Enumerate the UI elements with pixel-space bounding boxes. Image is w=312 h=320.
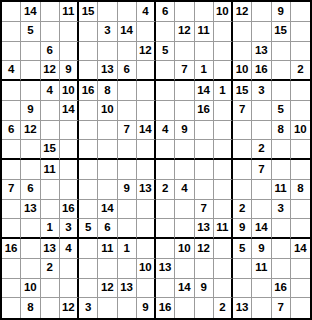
cell-r16c11-empty[interactable] bbox=[195, 298, 214, 318]
cell-r11c9-empty[interactable] bbox=[156, 200, 175, 220]
cell-r12c4-given[interactable]: 3 bbox=[60, 219, 79, 239]
cell-r4c7-given[interactable]: 6 bbox=[118, 61, 137, 81]
cell-r10c9-given[interactable]: 2 bbox=[156, 180, 175, 200]
cell-r13c11-given[interactable]: 12 bbox=[195, 239, 214, 259]
cell-r9c12-empty[interactable] bbox=[214, 160, 233, 180]
cell-r1c12-given[interactable]: 10 bbox=[214, 2, 233, 22]
cell-r9c7-empty[interactable] bbox=[118, 160, 137, 180]
cell-r15c10-given[interactable]: 14 bbox=[175, 279, 194, 299]
cell-r14c15-empty[interactable] bbox=[272, 259, 291, 279]
sudoku-16x16-board: 1411154610129531412111561251341291367110… bbox=[0, 0, 312, 320]
cell-r12c13-given[interactable]: 9 bbox=[233, 219, 252, 239]
cell-r12c2-empty[interactable] bbox=[21, 219, 40, 239]
cell-r11c8-empty[interactable] bbox=[137, 200, 156, 220]
cell-r12c16-empty[interactable] bbox=[291, 219, 310, 239]
cell-r7c11-empty[interactable] bbox=[195, 121, 214, 141]
cell-r7c4-empty[interactable] bbox=[60, 121, 79, 141]
cell-r5c8-empty[interactable] bbox=[137, 81, 156, 101]
cell-r10c1-given[interactable]: 7 bbox=[2, 180, 21, 200]
cell-r14c1-empty[interactable] bbox=[2, 259, 21, 279]
cell-r13c6-given[interactable]: 11 bbox=[98, 239, 117, 259]
cell-r15c3-empty[interactable] bbox=[41, 279, 60, 299]
cell-r3c13-empty[interactable] bbox=[233, 42, 252, 62]
cell-r2c1-empty[interactable] bbox=[2, 22, 21, 42]
cell-r2c14-empty[interactable] bbox=[252, 22, 271, 42]
cell-r14c7-empty[interactable] bbox=[118, 259, 137, 279]
cell-r8c1-empty[interactable] bbox=[2, 140, 21, 160]
cell-r4c1-given[interactable]: 4 bbox=[2, 61, 21, 81]
cell-r15c7-given[interactable]: 13 bbox=[118, 279, 137, 299]
cell-r1c2-given[interactable]: 14 bbox=[21, 2, 40, 22]
cell-r5c12-given[interactable]: 1 bbox=[214, 81, 233, 101]
cell-r7c14-empty[interactable] bbox=[252, 121, 271, 141]
cell-r5c5-given[interactable]: 16 bbox=[79, 81, 98, 101]
cell-r12c14-given[interactable]: 14 bbox=[252, 219, 271, 239]
cell-r10c15-given[interactable]: 11 bbox=[272, 180, 291, 200]
cell-r5c14-given[interactable]: 3 bbox=[252, 81, 271, 101]
cell-r2c16-empty[interactable] bbox=[291, 22, 310, 42]
cell-r10c3-empty[interactable] bbox=[41, 180, 60, 200]
cell-r1c11-empty[interactable] bbox=[195, 2, 214, 22]
cell-r1c3-empty[interactable] bbox=[41, 2, 60, 22]
cell-r7c13-empty[interactable] bbox=[233, 121, 252, 141]
cell-r11c15-given[interactable]: 3 bbox=[272, 200, 291, 220]
cell-r4c14-given[interactable]: 16 bbox=[252, 61, 271, 81]
cell-r4c11-given[interactable]: 1 bbox=[195, 61, 214, 81]
cell-r9c6-empty[interactable] bbox=[98, 160, 117, 180]
cell-r14c14-given[interactable]: 11 bbox=[252, 259, 271, 279]
cell-r12c12-given[interactable]: 11 bbox=[214, 219, 233, 239]
cell-r3c14-given[interactable]: 13 bbox=[252, 42, 271, 62]
cell-r12c6-given[interactable]: 6 bbox=[98, 219, 117, 239]
cell-r3c15-empty[interactable] bbox=[272, 42, 291, 62]
cell-r4c12-empty[interactable] bbox=[214, 61, 233, 81]
cell-r2c15-given[interactable]: 15 bbox=[272, 22, 291, 42]
cell-r11c4-given[interactable]: 16 bbox=[60, 200, 79, 220]
cell-r8c4-empty[interactable] bbox=[60, 140, 79, 160]
cell-r15c15-given[interactable]: 16 bbox=[272, 279, 291, 299]
cell-r10c2-given[interactable]: 6 bbox=[21, 180, 40, 200]
cell-r10c4-empty[interactable] bbox=[60, 180, 79, 200]
cell-r12c3-given[interactable]: 1 bbox=[41, 219, 60, 239]
cell-r16c7-empty[interactable] bbox=[118, 298, 137, 318]
cell-r2c6-given[interactable]: 3 bbox=[98, 22, 117, 42]
cell-r3c5-empty[interactable] bbox=[79, 42, 98, 62]
cell-r3c2-empty[interactable] bbox=[21, 42, 40, 62]
cell-r6c13-given[interactable]: 7 bbox=[233, 101, 252, 121]
cell-r8c13-empty[interactable] bbox=[233, 140, 252, 160]
cell-r11c1-empty[interactable] bbox=[2, 200, 21, 220]
cell-r4c8-empty[interactable] bbox=[137, 61, 156, 81]
cell-r9c9-empty[interactable] bbox=[156, 160, 175, 180]
cell-r7c9-given[interactable]: 4 bbox=[156, 121, 175, 141]
cell-r8c6-empty[interactable] bbox=[98, 140, 117, 160]
cell-r2c3-empty[interactable] bbox=[41, 22, 60, 42]
cell-r15c2-given[interactable]: 10 bbox=[21, 279, 40, 299]
cell-r16c6-empty[interactable] bbox=[98, 298, 117, 318]
cell-r13c10-given[interactable]: 10 bbox=[175, 239, 194, 259]
cell-r13c7-given[interactable]: 1 bbox=[118, 239, 137, 259]
cell-r11c7-empty[interactable] bbox=[118, 200, 137, 220]
cell-r6c14-empty[interactable] bbox=[252, 101, 271, 121]
cell-r13c1-given[interactable]: 16 bbox=[2, 239, 21, 259]
cell-r14c12-empty[interactable] bbox=[214, 259, 233, 279]
cell-r2c8-empty[interactable] bbox=[137, 22, 156, 42]
cell-r7c10-given[interactable]: 9 bbox=[175, 121, 194, 141]
cell-r15c12-empty[interactable] bbox=[214, 279, 233, 299]
cell-r1c5-given[interactable]: 15 bbox=[79, 2, 98, 22]
cell-r16c5-given[interactable]: 3 bbox=[79, 298, 98, 318]
cell-r4c15-empty[interactable] bbox=[272, 61, 291, 81]
cell-r4c5-empty[interactable] bbox=[79, 61, 98, 81]
cell-r3c9-given[interactable]: 5 bbox=[156, 42, 175, 62]
cell-r13c2-empty[interactable] bbox=[21, 239, 40, 259]
cell-r3c11-empty[interactable] bbox=[195, 42, 214, 62]
cell-r15c11-given[interactable]: 9 bbox=[195, 279, 214, 299]
cell-r5c16-empty[interactable] bbox=[291, 81, 310, 101]
cell-r4c13-given[interactable]: 10 bbox=[233, 61, 252, 81]
cell-r16c9-given[interactable]: 16 bbox=[156, 298, 175, 318]
cell-r1c1-empty[interactable] bbox=[2, 2, 21, 22]
cell-r3c8-given[interactable]: 12 bbox=[137, 42, 156, 62]
cell-r1c13-given[interactable]: 12 bbox=[233, 2, 252, 22]
cell-r14c2-empty[interactable] bbox=[21, 259, 40, 279]
cell-r11c2-given[interactable]: 13 bbox=[21, 200, 40, 220]
cell-r3c10-empty[interactable] bbox=[175, 42, 194, 62]
cell-r15c1-empty[interactable] bbox=[2, 279, 21, 299]
cell-r6c11-given[interactable]: 16 bbox=[195, 101, 214, 121]
cell-r14c10-empty[interactable] bbox=[175, 259, 194, 279]
cell-r2c4-empty[interactable] bbox=[60, 22, 79, 42]
cell-r10c8-given[interactable]: 13 bbox=[137, 180, 156, 200]
cell-r11c16-empty[interactable] bbox=[291, 200, 310, 220]
cell-r13c14-given[interactable]: 9 bbox=[252, 239, 271, 259]
cell-r2c12-empty[interactable] bbox=[214, 22, 233, 42]
cell-r13c15-empty[interactable] bbox=[272, 239, 291, 259]
cell-r1c6-empty[interactable] bbox=[98, 2, 117, 22]
cell-r3c4-empty[interactable] bbox=[60, 42, 79, 62]
cell-r2c7-given[interactable]: 14 bbox=[118, 22, 137, 42]
cell-r16c16-empty[interactable] bbox=[291, 298, 310, 318]
cell-r9c8-empty[interactable] bbox=[137, 160, 156, 180]
cell-r8c2-empty[interactable] bbox=[21, 140, 40, 160]
cell-r14c16-empty[interactable] bbox=[291, 259, 310, 279]
cell-r4c16-given[interactable]: 2 bbox=[291, 61, 310, 81]
cell-r11c3-empty[interactable] bbox=[41, 200, 60, 220]
cell-r16c4-given[interactable]: 12 bbox=[60, 298, 79, 318]
cell-r8c9-empty[interactable] bbox=[156, 140, 175, 160]
cell-r2c9-empty[interactable] bbox=[156, 22, 175, 42]
cell-r10c14-empty[interactable] bbox=[252, 180, 271, 200]
cell-r3c7-empty[interactable] bbox=[118, 42, 137, 62]
cell-r9c2-empty[interactable] bbox=[21, 160, 40, 180]
cell-r9c5-empty[interactable] bbox=[79, 160, 98, 180]
cell-r4c9-empty[interactable] bbox=[156, 61, 175, 81]
cell-r15c6-given[interactable]: 12 bbox=[98, 279, 117, 299]
cell-r7c15-given[interactable]: 8 bbox=[272, 121, 291, 141]
cell-r10c12-empty[interactable] bbox=[214, 180, 233, 200]
cell-r12c7-empty[interactable] bbox=[118, 219, 137, 239]
cell-r10c10-given[interactable]: 4 bbox=[175, 180, 194, 200]
cell-r10c6-empty[interactable] bbox=[98, 180, 117, 200]
cell-r8c10-empty[interactable] bbox=[175, 140, 194, 160]
cell-r15c5-empty[interactable] bbox=[79, 279, 98, 299]
cell-r4c3-given[interactable]: 12 bbox=[41, 61, 60, 81]
cell-r10c16-given[interactable]: 8 bbox=[291, 180, 310, 200]
cell-r7c8-given[interactable]: 14 bbox=[137, 121, 156, 141]
cell-r1c16-empty[interactable] bbox=[291, 2, 310, 22]
cell-r13c12-empty[interactable] bbox=[214, 239, 233, 259]
cell-r10c11-empty[interactable] bbox=[195, 180, 214, 200]
cell-r16c15-given[interactable]: 7 bbox=[272, 298, 291, 318]
cell-r2c5-empty[interactable] bbox=[79, 22, 98, 42]
cell-r7c6-empty[interactable] bbox=[98, 121, 117, 141]
cell-r8c16-empty[interactable] bbox=[291, 140, 310, 160]
cell-r6c4-given[interactable]: 14 bbox=[60, 101, 79, 121]
cell-r7c5-empty[interactable] bbox=[79, 121, 98, 141]
cell-r6c9-empty[interactable] bbox=[156, 101, 175, 121]
cell-r4c2-empty[interactable] bbox=[21, 61, 40, 81]
cell-r5c2-empty[interactable] bbox=[21, 81, 40, 101]
cell-r13c13-given[interactable]: 5 bbox=[233, 239, 252, 259]
cell-r7c3-empty[interactable] bbox=[41, 121, 60, 141]
cell-r8c14-given[interactable]: 2 bbox=[252, 140, 271, 160]
cell-r15c14-empty[interactable] bbox=[252, 279, 271, 299]
cell-r15c16-empty[interactable] bbox=[291, 279, 310, 299]
cell-r5c3-given[interactable]: 4 bbox=[41, 81, 60, 101]
cell-r15c13-empty[interactable] bbox=[233, 279, 252, 299]
cell-r14c4-empty[interactable] bbox=[60, 259, 79, 279]
cell-r7c1-given[interactable]: 6 bbox=[2, 121, 21, 141]
cell-r6c6-given[interactable]: 10 bbox=[98, 101, 117, 121]
cell-r6c1-empty[interactable] bbox=[2, 101, 21, 121]
cell-r6c16-empty[interactable] bbox=[291, 101, 310, 121]
cell-r7c7-given[interactable]: 7 bbox=[118, 121, 137, 141]
cell-r1c7-empty[interactable] bbox=[118, 2, 137, 22]
cell-r13c16-given[interactable]: 14 bbox=[291, 239, 310, 259]
cell-r11c11-given[interactable]: 7 bbox=[195, 200, 214, 220]
cell-r11c12-empty[interactable] bbox=[214, 200, 233, 220]
cell-r16c8-given[interactable]: 9 bbox=[137, 298, 156, 318]
cell-r9c15-empty[interactable] bbox=[272, 160, 291, 180]
cell-r15c8-empty[interactable] bbox=[137, 279, 156, 299]
cell-r2c11-given[interactable]: 11 bbox=[195, 22, 214, 42]
cell-r14c6-empty[interactable] bbox=[98, 259, 117, 279]
cell-r16c14-empty[interactable] bbox=[252, 298, 271, 318]
cell-r14c3-given[interactable]: 2 bbox=[41, 259, 60, 279]
cell-r3c6-empty[interactable] bbox=[98, 42, 117, 62]
cell-r6c8-empty[interactable] bbox=[137, 101, 156, 121]
cell-r12c15-empty[interactable] bbox=[272, 219, 291, 239]
cell-r11c13-given[interactable]: 2 bbox=[233, 200, 252, 220]
cell-r12c10-empty[interactable] bbox=[175, 219, 194, 239]
cell-r12c1-empty[interactable] bbox=[2, 219, 21, 239]
cell-r5c10-empty[interactable] bbox=[175, 81, 194, 101]
cell-r5c4-given[interactable]: 10 bbox=[60, 81, 79, 101]
cell-r11c6-given[interactable]: 14 bbox=[98, 200, 117, 220]
cell-r13c9-empty[interactable] bbox=[156, 239, 175, 259]
cell-r12c8-empty[interactable] bbox=[137, 219, 156, 239]
cell-r4c4-given[interactable]: 9 bbox=[60, 61, 79, 81]
cell-r14c8-given[interactable]: 10 bbox=[137, 259, 156, 279]
cell-r1c4-given[interactable]: 11 bbox=[60, 2, 79, 22]
cell-r5c13-given[interactable]: 15 bbox=[233, 81, 252, 101]
cell-r12c5-given[interactable]: 5 bbox=[79, 219, 98, 239]
cell-r1c8-given[interactable]: 4 bbox=[137, 2, 156, 22]
cell-r5c7-empty[interactable] bbox=[118, 81, 137, 101]
cell-r9c4-empty[interactable] bbox=[60, 160, 79, 180]
cell-r16c2-given[interactable]: 8 bbox=[21, 298, 40, 318]
cell-r15c9-empty[interactable] bbox=[156, 279, 175, 299]
cell-r14c9-given[interactable]: 13 bbox=[156, 259, 175, 279]
cell-r8c11-empty[interactable] bbox=[195, 140, 214, 160]
cell-r15c4-empty[interactable] bbox=[60, 279, 79, 299]
cell-r5c9-empty[interactable] bbox=[156, 81, 175, 101]
cell-r16c12-given[interactable]: 2 bbox=[214, 298, 233, 318]
cell-r1c14-empty[interactable] bbox=[252, 2, 271, 22]
cell-r8c5-empty[interactable] bbox=[79, 140, 98, 160]
cell-r8c8-empty[interactable] bbox=[137, 140, 156, 160]
cell-r5c11-given[interactable]: 14 bbox=[195, 81, 214, 101]
cell-r11c14-empty[interactable] bbox=[252, 200, 271, 220]
cell-r6c10-empty[interactable] bbox=[175, 101, 194, 121]
cell-r6c5-empty[interactable] bbox=[79, 101, 98, 121]
cell-r9c16-empty[interactable] bbox=[291, 160, 310, 180]
cell-r16c13-given[interactable]: 13 bbox=[233, 298, 252, 318]
cell-r8c15-empty[interactable] bbox=[272, 140, 291, 160]
cell-r10c5-empty[interactable] bbox=[79, 180, 98, 200]
cell-r1c15-given[interactable]: 9 bbox=[272, 2, 291, 22]
cell-r6c3-empty[interactable] bbox=[41, 101, 60, 121]
cell-r14c11-empty[interactable] bbox=[195, 259, 214, 279]
cell-r8c12-empty[interactable] bbox=[214, 140, 233, 160]
cell-r11c5-empty[interactable] bbox=[79, 200, 98, 220]
cell-r3c12-empty[interactable] bbox=[214, 42, 233, 62]
cell-r6c2-given[interactable]: 9 bbox=[21, 101, 40, 121]
cell-r5c1-empty[interactable] bbox=[2, 81, 21, 101]
cell-r6c15-given[interactable]: 5 bbox=[272, 101, 291, 121]
cell-r16c3-empty[interactable] bbox=[41, 298, 60, 318]
cell-r9c13-empty[interactable] bbox=[233, 160, 252, 180]
cell-r3c1-empty[interactable] bbox=[2, 42, 21, 62]
cell-r9c3-given[interactable]: 11 bbox=[41, 160, 60, 180]
cell-r9c1-empty[interactable] bbox=[2, 160, 21, 180]
cell-r8c3-given[interactable]: 15 bbox=[41, 140, 60, 160]
cell-r7c16-given[interactable]: 10 bbox=[291, 121, 310, 141]
cell-r12c9-empty[interactable] bbox=[156, 219, 175, 239]
cell-r2c10-given[interactable]: 12 bbox=[175, 22, 194, 42]
cell-r9c14-given[interactable]: 7 bbox=[252, 160, 271, 180]
cell-r1c9-given[interactable]: 6 bbox=[156, 2, 175, 22]
cell-r11c10-empty[interactable] bbox=[175, 200, 194, 220]
cell-r6c7-empty[interactable] bbox=[118, 101, 137, 121]
cell-r6c12-empty[interactable] bbox=[214, 101, 233, 121]
cell-r13c3-given[interactable]: 13 bbox=[41, 239, 60, 259]
cell-r10c7-given[interactable]: 9 bbox=[118, 180, 137, 200]
cell-r4c6-given[interactable]: 13 bbox=[98, 61, 117, 81]
cell-r13c8-empty[interactable] bbox=[137, 239, 156, 259]
cell-r1c10-empty[interactable] bbox=[175, 2, 194, 22]
cell-r10c13-empty[interactable] bbox=[233, 180, 252, 200]
cell-r14c13-empty[interactable] bbox=[233, 259, 252, 279]
cell-r9c11-empty[interactable] bbox=[195, 160, 214, 180]
cell-r2c13-empty[interactable] bbox=[233, 22, 252, 42]
cell-r5c6-given[interactable]: 8 bbox=[98, 81, 117, 101]
cell-r13c5-empty[interactable] bbox=[79, 239, 98, 259]
cell-r16c10-empty[interactable] bbox=[175, 298, 194, 318]
cell-r4c10-given[interactable]: 7 bbox=[175, 61, 194, 81]
cell-r9c10-empty[interactable] bbox=[175, 160, 194, 180]
cell-r16c1-empty[interactable] bbox=[2, 298, 21, 318]
cell-r14c5-empty[interactable] bbox=[79, 259, 98, 279]
cell-r3c3-given[interactable]: 6 bbox=[41, 42, 60, 62]
cell-r2c2-given[interactable]: 5 bbox=[21, 22, 40, 42]
cell-r7c12-empty[interactable] bbox=[214, 121, 233, 141]
cell-r7c2-given[interactable]: 12 bbox=[21, 121, 40, 141]
cell-r13c4-given[interactable]: 4 bbox=[60, 239, 79, 259]
cell-r8c7-empty[interactable] bbox=[118, 140, 137, 160]
cell-r5c15-empty[interactable] bbox=[272, 81, 291, 101]
cell-r3c16-empty[interactable] bbox=[291, 42, 310, 62]
cell-r12c11-given[interactable]: 13 bbox=[195, 219, 214, 239]
